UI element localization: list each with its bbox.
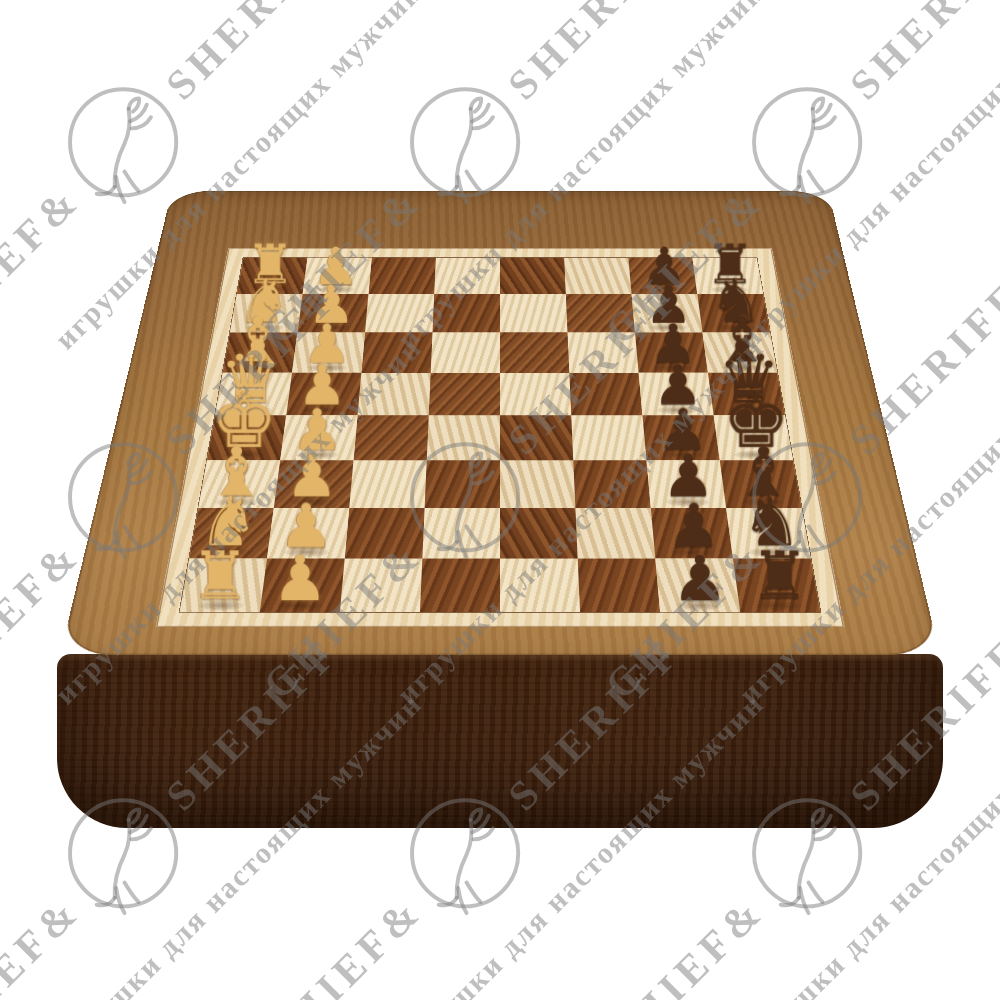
square-h1[interactable]: ♜	[180, 559, 267, 613]
square-h6[interactable]	[578, 559, 660, 613]
square-b6[interactable]	[566, 294, 635, 332]
product-photo-scene: ♜♟♟♜♞♟♟♞♝♟♟♝♛♟♟♛♚♟♟♚♝♟♟♝♞♟♟♞♜♟♟♜ CHIEF&S…	[0, 0, 1000, 1000]
piece-black-rook[interactable]: ♜	[750, 543, 809, 609]
piece-white-rook[interactable]: ♜	[190, 543, 249, 609]
chess-board: ♜♟♟♜♞♟♟♞♝♟♟♝♛♟♟♛♚♟♟♚♝♟♟♝♞♟♟♞♜♟♟♜	[155, 248, 844, 627]
square-g5[interactable]	[500, 508, 578, 559]
square-e5[interactable]	[500, 415, 573, 460]
square-g3[interactable]	[345, 508, 425, 559]
square-e6[interactable]	[571, 415, 646, 460]
square-c3[interactable]	[361, 332, 432, 372]
square-h5[interactable]	[500, 559, 580, 613]
square-d6[interactable]	[569, 373, 642, 416]
square-c6[interactable]	[568, 332, 639, 372]
square-c5[interactable]	[500, 332, 569, 372]
perspective-stage: ♜♟♟♜♞♟♟♞♝♟♟♝♛♟♟♛♚♟♟♚♝♟♟♝♞♟♟♞♜♟♟♜	[0, 0, 1000, 1000]
square-h4[interactable]	[420, 559, 500, 613]
square-a6[interactable]	[564, 258, 631, 294]
square-a4[interactable]	[434, 258, 500, 294]
square-d3[interactable]	[358, 373, 431, 416]
square-h7[interactable]: ♟	[655, 559, 740, 613]
square-g6[interactable]	[575, 508, 655, 559]
piece-white-pawn[interactable]: ♟	[272, 547, 328, 609]
square-h8[interactable]: ♜	[733, 559, 820, 613]
chess-box-top: ♜♟♟♜♞♟♟♞♝♟♟♝♛♟♟♛♚♟♟♚♝♟♟♝♞♟♟♞♜♟♟♜	[60, 191, 940, 655]
piece-black-pawn[interactable]: ♟	[672, 547, 728, 609]
square-f5[interactable]	[500, 460, 575, 508]
square-c4[interactable]	[431, 332, 500, 372]
square-f3[interactable]	[349, 460, 427, 508]
square-d5[interactable]	[500, 373, 571, 416]
square-a3[interactable]	[368, 258, 435, 294]
square-b5[interactable]	[500, 294, 568, 332]
square-f4[interactable]	[425, 460, 500, 508]
square-d4[interactable]	[429, 373, 500, 416]
square-e3[interactable]	[353, 415, 428, 460]
square-e4[interactable]	[427, 415, 500, 460]
square-g4[interactable]	[422, 508, 500, 559]
square-f6[interactable]	[573, 460, 651, 508]
chess-board-grid: ♜♟♟♜♞♟♟♞♝♟♟♝♛♟♟♛♚♟♟♚♝♟♟♝♞♟♟♞♜♟♟♜	[180, 258, 821, 612]
square-h3[interactable]	[340, 559, 422, 613]
square-a5[interactable]	[500, 258, 566, 294]
square-h2[interactable]: ♟	[260, 559, 345, 613]
square-b3[interactable]	[365, 294, 434, 332]
square-b4[interactable]	[432, 294, 500, 332]
